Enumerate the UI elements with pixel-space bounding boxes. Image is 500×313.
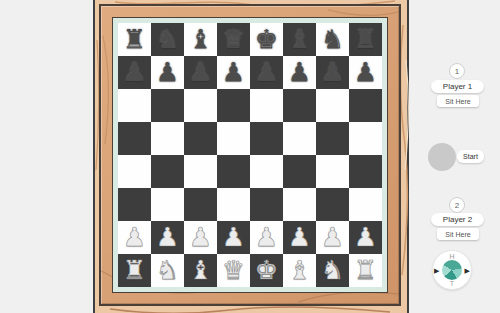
piece-white-pawn[interactable]: ♟ [349,221,382,254]
square-h8[interactable]: ♜ [349,23,382,56]
piece-black-king[interactable]: ♚ [250,23,283,56]
square-f6[interactable] [283,89,316,122]
piece-black-knight[interactable]: ♞ [316,23,349,56]
square-e5[interactable] [250,122,283,155]
piece-black-pawn[interactable]: ♟ [349,56,382,89]
piece-white-pawn[interactable]: ♟ [283,221,316,254]
square-h4[interactable] [349,155,382,188]
square-d8[interactable]: ♛ [217,23,250,56]
square-h2[interactable]: ♟ [349,221,382,254]
square-a7[interactable]: ♟ [118,56,151,89]
square-b6[interactable] [151,89,184,122]
board-frame: ♜♞♝♛♚♝♞♜♟♟♟♟♟♟♟♟♟♟♟♟♟♟♟♟♜♞♝♛♚♝♞♜ [99,4,401,306]
player1-name-pill: Player 1 [431,80,484,93]
piece-white-pawn[interactable]: ♟ [184,221,217,254]
square-a1[interactable]: ♜ [118,254,151,287]
square-e4[interactable] [250,155,283,188]
piece-white-pawn[interactable]: ♟ [151,221,184,254]
square-b5[interactable] [151,122,184,155]
square-f8[interactable]: ♝ [283,23,316,56]
square-a2[interactable]: ♟ [118,221,151,254]
piece-black-pawn[interactable]: ♟ [283,56,316,89]
piece-white-rook[interactable]: ♜ [118,254,151,287]
square-a8[interactable]: ♜ [118,23,151,56]
square-g7[interactable]: ♟ [316,56,349,89]
piece-black-rook[interactable]: ♜ [118,23,151,56]
square-e2[interactable]: ♟ [250,221,283,254]
square-a6[interactable] [118,89,151,122]
square-c2[interactable]: ♟ [184,221,217,254]
piece-black-pawn[interactable]: ♟ [250,56,283,89]
piece-black-pawn[interactable]: ♟ [151,56,184,89]
piece-white-knight[interactable]: ♞ [151,254,184,287]
square-g8[interactable]: ♞ [316,23,349,56]
square-f3[interactable] [283,188,316,221]
start-button[interactable] [428,143,456,171]
piece-white-pawn[interactable]: ♟ [250,221,283,254]
square-b1[interactable]: ♞ [151,254,184,287]
square-c7[interactable]: ♟ [184,56,217,89]
square-g5[interactable] [316,122,349,155]
player1-number-badge: 1 [449,63,465,79]
square-d1[interactable]: ♛ [217,254,250,287]
start-button-label: Start [457,150,484,163]
square-d4[interactable] [217,155,250,188]
square-d3[interactable] [217,188,250,221]
square-d7[interactable]: ♟ [217,56,250,89]
square-e8[interactable]: ♚ [250,23,283,56]
square-b2[interactable]: ♟ [151,221,184,254]
square-g1[interactable]: ♞ [316,254,349,287]
square-e7[interactable]: ♟ [250,56,283,89]
square-g4[interactable] [316,155,349,188]
square-b3[interactable] [151,188,184,221]
square-h3[interactable] [349,188,382,221]
square-h5[interactable] [349,122,382,155]
square-e6[interactable] [250,89,283,122]
player2-sit-here-button[interactable]: Sit Here [437,228,479,240]
piece-white-pawn[interactable]: ♟ [118,221,151,254]
piece-white-king[interactable]: ♚ [250,254,283,287]
piece-white-knight[interactable]: ♞ [316,254,349,287]
coin-flip-widget[interactable]: H ▶ ▶ T [432,250,472,290]
piece-black-rook[interactable]: ♜ [349,23,382,56]
board-inner-border: ♜♞♝♛♚♝♞♜♟♟♟♟♟♟♟♟♟♟♟♟♟♟♟♟♜♞♝♛♚♝♞♜ [112,17,388,293]
square-g3[interactable] [316,188,349,221]
square-a4[interactable] [118,155,151,188]
square-h7[interactable]: ♟ [349,56,382,89]
coin-icon[interactable] [442,260,462,280]
coin-left-arrow-icon: ▶ [434,267,439,274]
square-e1[interactable]: ♚ [250,254,283,287]
square-h6[interactable] [349,89,382,122]
square-d6[interactable] [217,89,250,122]
piece-black-queen[interactable]: ♛ [217,23,250,56]
square-c8[interactable]: ♝ [184,23,217,56]
piece-black-pawn[interactable]: ♟ [217,56,250,89]
piece-white-bishop[interactable]: ♝ [184,254,217,287]
square-c3[interactable] [184,188,217,221]
square-f4[interactable] [283,155,316,188]
square-a5[interactable] [118,122,151,155]
square-b8[interactable]: ♞ [151,23,184,56]
piece-black-pawn[interactable]: ♟ [316,56,349,89]
piece-white-queen[interactable]: ♛ [217,254,250,287]
square-h1[interactable]: ♜ [349,254,382,287]
piece-white-bishop[interactable]: ♝ [283,254,316,287]
piece-black-pawn[interactable]: ♟ [118,56,151,89]
square-a3[interactable] [118,188,151,221]
square-b7[interactable]: ♟ [151,56,184,89]
piece-white-rook[interactable]: ♜ [349,254,382,287]
square-g2[interactable]: ♟ [316,221,349,254]
square-c1[interactable]: ♝ [184,254,217,287]
piece-black-pawn[interactable]: ♟ [184,56,217,89]
player1-sit-here-button[interactable]: Sit Here [437,95,479,107]
piece-white-pawn[interactable]: ♟ [316,221,349,254]
coin-right-arrow-icon: ▶ [465,267,470,274]
piece-black-bishop[interactable]: ♝ [184,23,217,56]
square-c5[interactable] [184,122,217,155]
square-b4[interactable] [151,155,184,188]
piece-white-pawn[interactable]: ♟ [217,221,250,254]
square-f5[interactable] [283,122,316,155]
player2-name-pill: Player 2 [431,213,484,226]
coin-tails-label: T [433,280,471,287]
square-d2[interactable]: ♟ [217,221,250,254]
piece-black-knight[interactable]: ♞ [151,23,184,56]
square-f1[interactable]: ♝ [283,254,316,287]
game-table: ♜♞♝♛♚♝♞♜♟♟♟♟♟♟♟♟♟♟♟♟♟♟♟♟♜♞♝♛♚♝♞♜ [93,0,409,313]
square-c6[interactable] [184,89,217,122]
chess-app: ♜♞♝♛♚♝♞♜♟♟♟♟♟♟♟♟♟♟♟♟♟♟♟♟♜♞♝♛♚♝♞♜ 1 Playe… [0,0,500,313]
coin-heads-label: H [433,253,471,260]
square-d5[interactable] [217,122,250,155]
square-f2[interactable]: ♟ [283,221,316,254]
piece-black-bishop[interactable]: ♝ [283,23,316,56]
square-e3[interactable] [250,188,283,221]
square-f7[interactable]: ♟ [283,56,316,89]
square-g6[interactable] [316,89,349,122]
chess-board: ♜♞♝♛♚♝♞♜♟♟♟♟♟♟♟♟♟♟♟♟♟♟♟♟♜♞♝♛♚♝♞♜ [118,23,382,287]
player2-number-badge: 2 [449,197,465,213]
square-c4[interactable] [184,155,217,188]
